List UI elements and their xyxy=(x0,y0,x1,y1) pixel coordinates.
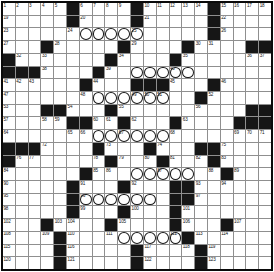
cell-r1c13[interactable]: 11 xyxy=(157,3,169,15)
cell-r15c21[interactable] xyxy=(259,181,271,193)
cell-r8c1[interactable]: 47 xyxy=(3,92,15,104)
cell-r2c3[interactable] xyxy=(29,16,41,28)
cell-r14c5[interactable] xyxy=(54,168,66,180)
cell-r10c13[interactable] xyxy=(157,117,169,129)
cell-r4c5[interactable]: 28 xyxy=(54,41,66,53)
cell-r19c21[interactable] xyxy=(259,232,271,244)
cell-r3c14[interactable] xyxy=(170,28,182,40)
cell-r1c5[interactable]: 5 xyxy=(54,3,66,15)
cell-r10c12[interactable] xyxy=(144,117,156,129)
cell-r15c4[interactable] xyxy=(41,181,53,193)
cell-r6c13[interactable] xyxy=(157,67,169,79)
cell-r17c9[interactable] xyxy=(105,206,117,218)
cell-r17c11[interactable]: 100 xyxy=(131,206,143,218)
cell-r17c15[interactable]: 101 xyxy=(182,206,194,218)
cell-r5c2[interactable]: 32 xyxy=(16,54,28,66)
cell-r20c6[interactable]: 116 xyxy=(67,245,79,257)
cell-r6c7[interactable] xyxy=(80,67,92,79)
cell-r4c2[interactable] xyxy=(16,41,28,53)
cell-r10c18[interactable] xyxy=(221,117,233,129)
cell-r3c10[interactable] xyxy=(118,28,130,40)
cell-r5c4[interactable]: 33 xyxy=(41,54,53,66)
cell-r18c6[interactable]: 104 xyxy=(67,219,79,231)
cell-r3c16[interactable] xyxy=(195,28,207,40)
cell-r3c21[interactable] xyxy=(259,28,271,40)
cell-r8c11[interactable]: 49 xyxy=(131,92,143,104)
cell-r13c20[interactable] xyxy=(246,156,258,168)
cell-r3c5[interactable] xyxy=(54,28,66,40)
cell-r20c3[interactable] xyxy=(29,245,41,257)
cell-r20c17[interactable]: 119 xyxy=(208,245,220,257)
cell-r16c1[interactable]: 95 xyxy=(3,194,15,206)
cell-r18c19[interactable]: 107 xyxy=(234,219,246,231)
cell-r12c4[interactable]: 72 xyxy=(41,143,53,155)
cell-r21c6[interactable]: 121 xyxy=(67,257,79,269)
cell-r20c12[interactable]: 117 xyxy=(144,245,156,257)
cell-r17c2[interactable] xyxy=(16,206,28,218)
cell-r5c21[interactable]: 37 xyxy=(259,54,271,66)
cell-r14c19[interactable]: 89 xyxy=(234,168,246,180)
cell-r11c16[interactable] xyxy=(195,130,207,142)
cell-r21c14[interactable] xyxy=(170,257,182,269)
cell-r17c5[interactable] xyxy=(54,206,66,218)
cell-r14c15[interactable] xyxy=(182,168,194,180)
cell-r14c10[interactable] xyxy=(118,168,130,180)
cell-r9c2[interactable] xyxy=(16,105,28,117)
cell-r16c21[interactable] xyxy=(259,194,271,206)
cell-r9c12[interactable] xyxy=(144,105,156,117)
cell-r8c7[interactable]: 48 xyxy=(80,92,92,104)
cell-r2c2[interactable] xyxy=(16,16,28,28)
cell-r6c12[interactable] xyxy=(144,67,156,79)
cell-r18c8[interactable] xyxy=(93,219,105,231)
cell-r3c4[interactable] xyxy=(41,28,53,40)
cell-r18c10[interactable]: 105 xyxy=(118,219,130,231)
cell-r21c20[interactable] xyxy=(246,257,258,269)
cell-r8c18[interactable] xyxy=(221,92,233,104)
cell-r7c18[interactable]: 46 xyxy=(221,79,233,91)
cell-r9c14[interactable] xyxy=(170,105,182,117)
cell-r15c20[interactable] xyxy=(246,181,258,193)
cell-r4c18[interactable] xyxy=(221,41,233,53)
cell-r12c14[interactable] xyxy=(170,143,182,155)
cell-r11c21[interactable]: 71 xyxy=(259,130,271,142)
cell-r6c17[interactable] xyxy=(208,67,220,79)
cell-r3c11[interactable]: 25 xyxy=(131,28,143,40)
cell-r8c3[interactable] xyxy=(29,92,41,104)
cell-r12c6[interactable] xyxy=(67,143,79,155)
cell-r20c7[interactable] xyxy=(80,245,92,257)
cell-r19c10[interactable] xyxy=(118,232,130,244)
cell-r21c15[interactable] xyxy=(182,257,194,269)
cell-r18c2[interactable] xyxy=(16,219,28,231)
cell-r21c21[interactable] xyxy=(259,257,271,269)
cell-r1c1[interactable]: 1 xyxy=(3,3,15,15)
cell-r16c4[interactable] xyxy=(41,194,53,206)
cell-r1c8[interactable]: 7 xyxy=(93,3,105,15)
cell-r6c14[interactable]: 40 xyxy=(170,67,182,79)
cell-r11c10[interactable]: 67 xyxy=(118,130,130,142)
cell-r15c8[interactable] xyxy=(93,181,105,193)
cell-r7c15[interactable] xyxy=(182,79,194,91)
cell-r9c16[interactable]: 56 xyxy=(195,105,207,117)
cell-r15c13[interactable] xyxy=(157,181,169,193)
cell-r3c7[interactable] xyxy=(80,28,92,40)
cell-r4c7[interactable] xyxy=(80,41,92,53)
cell-r17c19[interactable] xyxy=(234,206,246,218)
cell-r7c14[interactable]: 45 xyxy=(170,79,182,91)
cell-r11c7[interactable]: 66 xyxy=(80,130,92,142)
cell-r5c6[interactable] xyxy=(67,54,79,66)
cell-r19c18[interactable]: 114 xyxy=(221,232,233,244)
cell-r17c1[interactable]: 98 xyxy=(3,206,15,218)
cell-r21c4[interactable] xyxy=(41,257,53,269)
cell-r13c5[interactable] xyxy=(54,156,66,168)
cell-r8c2[interactable] xyxy=(16,92,28,104)
cell-r7c9[interactable] xyxy=(105,79,117,91)
cell-r13c7[interactable] xyxy=(80,156,92,168)
cell-r17c18[interactable] xyxy=(221,206,233,218)
cell-r20c1[interactable]: 115 xyxy=(3,245,15,257)
cell-r6c19[interactable] xyxy=(234,67,246,79)
cell-r16c8[interactable] xyxy=(93,194,105,206)
cell-r14c9[interactable]: 86 xyxy=(105,168,117,180)
cell-r2c5[interactable] xyxy=(54,16,66,28)
cell-r20c4[interactable] xyxy=(41,245,53,257)
cell-r13c4[interactable] xyxy=(41,156,53,168)
cell-r17c3[interactable] xyxy=(29,206,41,218)
cell-r16c13[interactable] xyxy=(157,194,169,206)
cell-r21c17[interactable]: 123 xyxy=(208,257,220,269)
cell-r12c9[interactable]: 73 xyxy=(105,143,117,155)
cell-r11c12[interactable] xyxy=(144,130,156,142)
cell-r9c3[interactable] xyxy=(29,105,41,117)
cell-r5c8[interactable] xyxy=(93,54,105,66)
cell-r1c15[interactable]: 13 xyxy=(182,3,194,15)
cell-r11c17[interactable] xyxy=(208,130,220,142)
cell-r19c17[interactable] xyxy=(208,232,220,244)
cell-r2c9[interactable] xyxy=(105,16,117,28)
cell-r1c2[interactable]: 2 xyxy=(16,3,28,15)
cell-r17c21[interactable] xyxy=(259,206,271,218)
cell-r10c2[interactable] xyxy=(16,117,28,129)
cell-r8c8[interactable] xyxy=(93,92,105,104)
cell-r9c10[interactable]: 55 xyxy=(118,105,130,117)
cell-r5c18[interactable] xyxy=(221,54,233,66)
cell-r16c3[interactable] xyxy=(29,194,41,206)
cell-r3c15[interactable] xyxy=(182,28,194,40)
cell-r14c3[interactable] xyxy=(29,168,41,180)
cell-r4c13[interactable] xyxy=(157,41,169,53)
cell-r13c16[interactable]: 82 xyxy=(195,156,207,168)
cell-r4c1[interactable]: 27 xyxy=(3,41,15,53)
cell-r14c1[interactable]: 84 xyxy=(3,168,15,180)
cell-r9c1[interactable]: 53 xyxy=(3,105,15,117)
cell-r12c21[interactable] xyxy=(259,143,271,155)
cell-r13c14[interactable]: 81 xyxy=(170,156,182,168)
cell-r19c1[interactable]: 108 xyxy=(3,232,15,244)
cell-r7c16[interactable] xyxy=(195,79,207,91)
cell-r15c3[interactable] xyxy=(29,181,41,193)
cell-r6c9[interactable]: 39 xyxy=(105,67,117,79)
cell-r21c9[interactable] xyxy=(105,257,117,269)
cell-r1c4[interactable]: 4 xyxy=(41,3,53,15)
cell-r1c10[interactable]: 9 xyxy=(118,3,130,15)
cell-r21c8[interactable] xyxy=(93,257,105,269)
cell-r6c5[interactable] xyxy=(54,67,66,79)
cell-r15c16[interactable]: 93 xyxy=(195,181,207,193)
cell-r14c13[interactable]: 87 xyxy=(157,168,169,180)
cell-r17c8[interactable] xyxy=(93,206,105,218)
cell-r5c5[interactable] xyxy=(54,54,66,66)
cell-r15c2[interactable] xyxy=(16,181,28,193)
cell-r8c12[interactable]: 50 xyxy=(144,92,156,104)
cell-r20c14[interactable] xyxy=(170,245,182,257)
cell-r1c9[interactable]: 8 xyxy=(105,3,117,15)
cell-r8c6[interactable] xyxy=(67,92,79,104)
cell-r11c13[interactable] xyxy=(157,130,169,142)
cell-r5c20[interactable]: 36 xyxy=(246,54,258,66)
cell-r5c19[interactable] xyxy=(234,54,246,66)
cell-r9c18[interactable] xyxy=(221,105,233,117)
cell-r20c13[interactable] xyxy=(157,245,169,257)
cell-r5c10[interactable]: 34 xyxy=(118,54,130,66)
cell-r8c4[interactable] xyxy=(41,92,53,104)
cell-r5c13[interactable] xyxy=(157,54,169,66)
cell-r6c15[interactable] xyxy=(182,67,194,79)
cell-r11c11[interactable] xyxy=(131,130,143,142)
cell-r2c19[interactable] xyxy=(234,16,246,28)
cell-r10c15[interactable]: 63 xyxy=(182,117,194,129)
cell-r8c14[interactable] xyxy=(170,92,182,104)
cell-r20c10[interactable] xyxy=(118,245,130,257)
cell-r21c13[interactable] xyxy=(157,257,169,269)
cell-r2c13[interactable] xyxy=(157,16,169,28)
cell-r11c18[interactable] xyxy=(221,130,233,142)
cell-r2c4[interactable] xyxy=(41,16,53,28)
cell-r17c16[interactable] xyxy=(195,206,207,218)
cell-r8c19[interactable] xyxy=(234,92,246,104)
cell-r15c1[interactable]: 90 xyxy=(3,181,15,193)
cell-r14c2[interactable] xyxy=(16,168,28,180)
cell-r19c11[interactable] xyxy=(131,232,143,244)
cell-r18c7[interactable] xyxy=(80,219,92,231)
cell-r13c21[interactable] xyxy=(259,156,271,168)
cell-r16c19[interactable] xyxy=(234,194,246,206)
cell-r18c12[interactable] xyxy=(144,219,156,231)
cell-r10c11[interactable]: 62 xyxy=(131,117,143,129)
cell-r2c7[interactable]: 20 xyxy=(80,16,92,28)
cell-r2c20[interactable] xyxy=(246,16,258,28)
cell-r13c12[interactable]: 80 xyxy=(144,156,156,168)
cell-r21c1[interactable]: 120 xyxy=(3,257,15,269)
cell-r11c15[interactable] xyxy=(182,130,194,142)
cell-r16c10[interactable] xyxy=(118,194,130,206)
cell-r17c13[interactable] xyxy=(157,206,169,218)
cell-r20c8[interactable] xyxy=(93,245,105,257)
cell-r11c9[interactable] xyxy=(105,130,117,142)
cell-r12c10[interactable] xyxy=(118,143,130,155)
cell-r14c20[interactable] xyxy=(246,168,258,180)
cell-r1c18[interactable]: 15 xyxy=(221,3,233,15)
cell-r18c11[interactable] xyxy=(131,219,143,231)
cell-r4c9[interactable] xyxy=(105,41,117,53)
cell-r4c12[interactable] xyxy=(144,41,156,53)
cell-r9c11[interactable] xyxy=(131,105,143,117)
cell-r10c1[interactable]: 57 xyxy=(3,117,15,129)
cell-r19c16[interactable]: 113 xyxy=(195,232,207,244)
cell-r11c8[interactable] xyxy=(93,130,105,142)
cell-r5c7[interactable] xyxy=(80,54,92,66)
cell-r13c10[interactable]: 79 xyxy=(118,156,130,168)
cell-r4c3[interactable] xyxy=(29,41,41,53)
cell-r8c15[interactable] xyxy=(182,92,194,104)
cell-r3c19[interactable] xyxy=(234,28,246,40)
cell-r3c6[interactable]: 24 xyxy=(67,28,79,40)
cell-r21c3[interactable] xyxy=(29,257,41,269)
cell-r14c12[interactable] xyxy=(144,168,156,180)
cell-r7c1[interactable]: 41 xyxy=(3,79,15,91)
cell-r5c15[interactable]: 35 xyxy=(182,54,194,66)
cell-r3c13[interactable] xyxy=(157,28,169,40)
cell-r6c4[interactable]: 38 xyxy=(41,67,53,79)
cell-r4c19[interactable] xyxy=(234,41,246,53)
cell-r21c12[interactable]: 122 xyxy=(144,257,156,269)
cell-r4c8[interactable] xyxy=(93,41,105,53)
cell-r18c16[interactable] xyxy=(195,219,207,231)
cell-r1c7[interactable]: 6 xyxy=(80,3,92,15)
cell-r5c11[interactable] xyxy=(131,54,143,66)
cell-r7c21[interactable] xyxy=(259,79,271,91)
cell-r19c19[interactable] xyxy=(234,232,246,244)
cell-r15c7[interactable]: 91 xyxy=(80,181,92,193)
cell-r9c7[interactable] xyxy=(80,105,92,117)
cell-r19c12[interactable] xyxy=(144,232,156,244)
cell-r18c5[interactable]: 103 xyxy=(54,219,66,231)
cell-r6c18[interactable] xyxy=(221,67,233,79)
cell-r6c20[interactable] xyxy=(246,67,258,79)
cell-r9c6[interactable]: 54 xyxy=(67,105,79,117)
cell-r20c18[interactable] xyxy=(221,245,233,257)
cell-r19c20[interactable] xyxy=(246,232,258,244)
cell-r15c5[interactable] xyxy=(54,181,66,193)
cell-r9c8[interactable] xyxy=(93,105,105,117)
cell-r17c4[interactable] xyxy=(41,206,53,218)
cell-r14c11[interactable] xyxy=(131,168,143,180)
cell-r16c16[interactable]: 97 xyxy=(195,194,207,206)
cell-r18c21[interactable] xyxy=(259,219,271,231)
cell-r18c3[interactable] xyxy=(29,219,41,231)
cell-r4c6[interactable] xyxy=(67,41,79,53)
cell-r18c13[interactable] xyxy=(157,219,169,231)
cell-r17c12[interactable] xyxy=(144,206,156,218)
cell-r15c11[interactable]: 92 xyxy=(131,181,143,193)
cell-r20c9[interactable] xyxy=(105,245,117,257)
cell-r16c7[interactable]: 96 xyxy=(80,194,92,206)
cell-r11c3[interactable] xyxy=(29,130,41,142)
cell-r7c5[interactable] xyxy=(54,79,66,91)
cell-r6c21[interactable] xyxy=(259,67,271,79)
cell-r8c20[interactable] xyxy=(246,92,258,104)
cell-r2c1[interactable]: 19 xyxy=(3,16,15,28)
cell-r18c20[interactable] xyxy=(246,219,258,231)
cell-r12c18[interactable]: 75 xyxy=(221,143,233,155)
cell-r7c8[interactable]: 44 xyxy=(93,79,105,91)
cell-r14c21[interactable] xyxy=(259,168,271,180)
cell-r16c18[interactable] xyxy=(221,194,233,206)
cell-r8c9[interactable] xyxy=(105,92,117,104)
cell-r16c2[interactable] xyxy=(16,194,28,206)
cell-r10c17[interactable] xyxy=(208,117,220,129)
cell-r12c19[interactable] xyxy=(234,143,246,155)
cell-r7c10[interactable] xyxy=(118,79,130,91)
cell-r7c3[interactable]: 43 xyxy=(29,79,41,91)
cell-r18c17[interactable] xyxy=(208,219,220,231)
cell-r10c16[interactable] xyxy=(195,117,207,129)
cell-r11c2[interactable] xyxy=(16,130,28,142)
cell-r20c21[interactable] xyxy=(259,245,271,257)
cell-r14c14[interactable] xyxy=(170,168,182,180)
cell-r5c17[interactable] xyxy=(208,54,220,66)
cell-r15c18[interactable]: 94 xyxy=(221,181,233,193)
cell-r11c5[interactable] xyxy=(54,130,66,142)
cell-r11c14[interactable]: 68 xyxy=(170,130,182,142)
cell-r3c9[interactable] xyxy=(105,28,117,40)
cell-r16c20[interactable] xyxy=(246,194,258,206)
cell-r1c20[interactable]: 17 xyxy=(246,3,258,15)
cell-r13c3[interactable]: 77 xyxy=(29,156,41,168)
cell-r4c14[interactable] xyxy=(170,41,182,53)
cell-r2c10[interactable] xyxy=(118,16,130,28)
cell-r7c4[interactable] xyxy=(41,79,53,91)
cell-r21c10[interactable] xyxy=(118,257,130,269)
cell-r9c15[interactable] xyxy=(182,105,194,117)
cell-r4c11[interactable]: 29 xyxy=(131,41,143,53)
cell-r9c13[interactable] xyxy=(157,105,169,117)
cell-r1c21[interactable]: 18 xyxy=(259,3,271,15)
cell-r12c5[interactable] xyxy=(54,143,66,155)
cell-r13c11[interactable] xyxy=(131,156,143,168)
cell-r16c17[interactable] xyxy=(208,194,220,206)
cell-r9c19[interactable] xyxy=(234,105,246,117)
cell-r13c6[interactable] xyxy=(67,156,79,168)
cell-r4c17[interactable]: 31 xyxy=(208,41,220,53)
cell-r19c14[interactable]: 112 xyxy=(170,232,182,244)
cell-r12c13[interactable]: 74 xyxy=(157,143,169,155)
cell-r17c20[interactable] xyxy=(246,206,258,218)
cell-r11c20[interactable]: 70 xyxy=(246,130,258,142)
cell-r2c14[interactable] xyxy=(170,16,182,28)
cell-r8c13[interactable]: 51 xyxy=(157,92,169,104)
cell-r1c14[interactable]: 12 xyxy=(170,3,182,15)
cell-r20c20[interactable] xyxy=(246,245,258,257)
cell-r15c12[interactable] xyxy=(144,181,156,193)
cell-r2c16[interactable] xyxy=(195,16,207,28)
cell-r8c21[interactable] xyxy=(259,92,271,104)
cell-r11c1[interactable]: 64 xyxy=(3,130,15,142)
cell-r2c21[interactable] xyxy=(259,16,271,28)
cell-r1c16[interactable]: 14 xyxy=(195,3,207,15)
cell-r14c16[interactable] xyxy=(195,168,207,180)
cell-r3c20[interactable] xyxy=(246,28,258,40)
cell-r17c7[interactable]: 99 xyxy=(80,206,92,218)
cell-r2c18[interactable]: 22 xyxy=(221,16,233,28)
cell-r12c11[interactable] xyxy=(131,143,143,155)
cell-r18c15[interactable]: 106 xyxy=(182,219,194,231)
cell-r20c2[interactable] xyxy=(16,245,28,257)
cell-r11c6[interactable]: 65 xyxy=(67,130,79,142)
cell-r10c9[interactable]: 61 xyxy=(105,117,117,129)
